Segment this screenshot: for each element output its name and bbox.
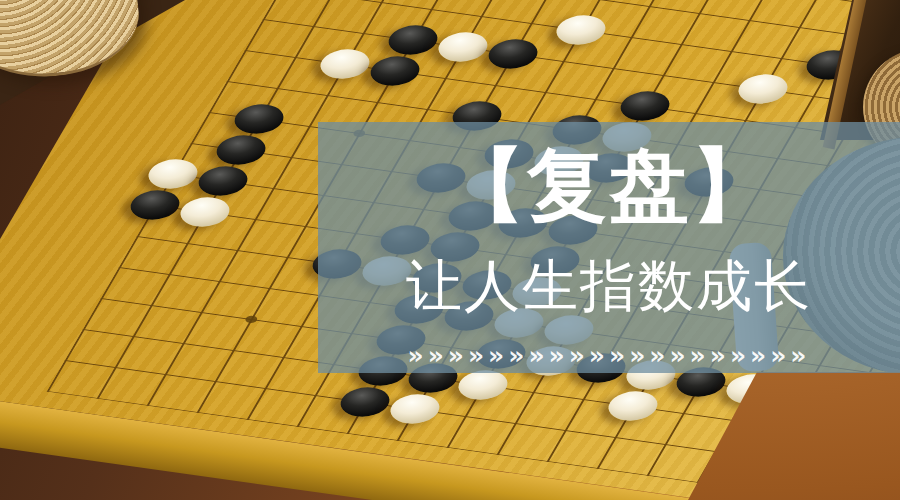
banner-subtitle: 让人生指数成长 xyxy=(406,249,812,325)
banner-title: 【复盘】 xyxy=(445,144,773,227)
caption-overlay: 【复盘】 让人生指数成长 »»»»»»»»»»»»»»»»»»»» xyxy=(318,122,900,373)
chevron-arrows-icon: »»»»»»»»»»»»»»»»»»»» xyxy=(408,341,811,370)
hero-banner[interactable]: 【复盘】 让人生指数成长 »»»»»»»»»»»»»»»»»»»» xyxy=(0,0,900,500)
